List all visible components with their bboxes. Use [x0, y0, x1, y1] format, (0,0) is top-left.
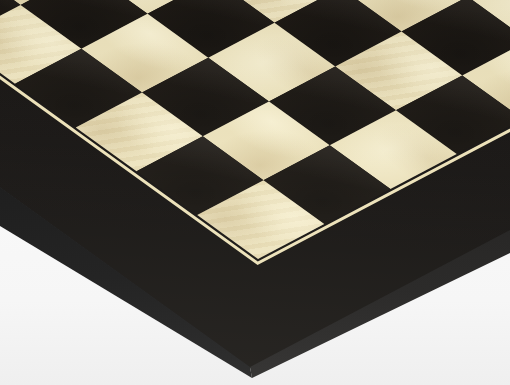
- chess-board: [0, 0, 510, 368]
- board-photo-scene: [0, 0, 510, 385]
